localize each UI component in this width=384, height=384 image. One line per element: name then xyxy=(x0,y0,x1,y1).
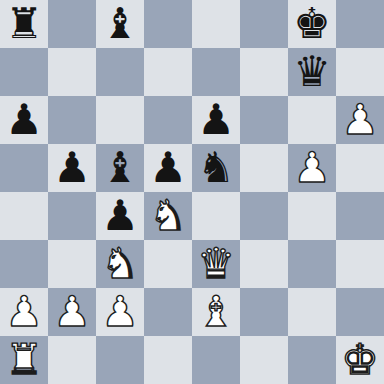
square-b6[interactable] xyxy=(48,96,96,144)
black-knight-e5[interactable]: ♞ xyxy=(197,144,235,192)
square-d8[interactable] xyxy=(144,0,192,48)
square-h1[interactable]: ♚ xyxy=(336,336,384,384)
black-bishop-c5[interactable]: ♝ xyxy=(101,144,139,192)
square-b1[interactable] xyxy=(48,336,96,384)
square-a7[interactable] xyxy=(0,48,48,96)
square-a1[interactable]: ♜ xyxy=(0,336,48,384)
square-c7[interactable] xyxy=(96,48,144,96)
square-h6[interactable]: ♟ xyxy=(336,96,384,144)
square-b8[interactable] xyxy=(48,0,96,48)
black-pawn-d5[interactable]: ♟ xyxy=(149,144,187,192)
square-g7[interactable]: ♛ xyxy=(288,48,336,96)
square-b4[interactable] xyxy=(48,192,96,240)
square-e1[interactable] xyxy=(192,336,240,384)
square-c6[interactable] xyxy=(96,96,144,144)
black-pawn-a6[interactable]: ♟ xyxy=(5,96,43,144)
square-c1[interactable] xyxy=(96,336,144,384)
square-g8[interactable]: ♚ xyxy=(288,0,336,48)
square-f1[interactable] xyxy=(240,336,288,384)
square-f8[interactable] xyxy=(240,0,288,48)
square-a2[interactable]: ♟ xyxy=(0,288,48,336)
square-c4[interactable]: ♟ xyxy=(96,192,144,240)
white-king-h1[interactable]: ♚ xyxy=(341,336,379,384)
square-d6[interactable] xyxy=(144,96,192,144)
square-g1[interactable] xyxy=(288,336,336,384)
square-e4[interactable] xyxy=(192,192,240,240)
square-a3[interactable] xyxy=(0,240,48,288)
white-queen-e3[interactable]: ♛ xyxy=(197,240,235,288)
white-bishop-e2[interactable]: ♝ xyxy=(197,288,235,336)
square-d5[interactable]: ♟ xyxy=(144,144,192,192)
square-b7[interactable] xyxy=(48,48,96,96)
square-h8[interactable] xyxy=(336,0,384,48)
square-e5[interactable]: ♞ xyxy=(192,144,240,192)
square-e3[interactable]: ♛ xyxy=(192,240,240,288)
square-g6[interactable] xyxy=(288,96,336,144)
square-c5[interactable]: ♝ xyxy=(96,144,144,192)
white-knight-c3[interactable]: ♞ xyxy=(101,240,139,288)
square-b2[interactable]: ♟ xyxy=(48,288,96,336)
square-h4[interactable] xyxy=(336,192,384,240)
square-h7[interactable] xyxy=(336,48,384,96)
black-rook-a8[interactable]: ♜ xyxy=(5,0,43,48)
square-a8[interactable]: ♜ xyxy=(0,0,48,48)
black-queen-g7[interactable]: ♛ xyxy=(293,48,331,96)
black-pawn-e6[interactable]: ♟ xyxy=(197,96,235,144)
square-b5[interactable]: ♟ xyxy=(48,144,96,192)
square-f7[interactable] xyxy=(240,48,288,96)
chess-board: ♜♝♚♛♟♟♟♟♝♟♞♟♟♞♞♛♟♟♟♝♜♚ xyxy=(0,0,384,384)
square-g5[interactable]: ♟ xyxy=(288,144,336,192)
square-a4[interactable] xyxy=(0,192,48,240)
white-pawn-c2[interactable]: ♟ xyxy=(101,288,139,336)
square-e2[interactable]: ♝ xyxy=(192,288,240,336)
white-knight-d4[interactable]: ♞ xyxy=(149,192,187,240)
square-f3[interactable] xyxy=(240,240,288,288)
square-h5[interactable] xyxy=(336,144,384,192)
square-d3[interactable] xyxy=(144,240,192,288)
black-king-g8[interactable]: ♚ xyxy=(293,0,331,48)
white-pawn-g5[interactable]: ♟ xyxy=(293,144,331,192)
black-bishop-c8[interactable]: ♝ xyxy=(101,0,139,48)
square-f2[interactable] xyxy=(240,288,288,336)
black-pawn-c4[interactable]: ♟ xyxy=(101,192,139,240)
white-pawn-h6[interactable]: ♟ xyxy=(341,96,379,144)
square-f4[interactable] xyxy=(240,192,288,240)
square-d4[interactable]: ♞ xyxy=(144,192,192,240)
square-e6[interactable]: ♟ xyxy=(192,96,240,144)
black-pawn-b5[interactable]: ♟ xyxy=(53,144,91,192)
square-d7[interactable] xyxy=(144,48,192,96)
square-c2[interactable]: ♟ xyxy=(96,288,144,336)
square-a5[interactable] xyxy=(0,144,48,192)
square-e7[interactable] xyxy=(192,48,240,96)
square-h2[interactable] xyxy=(336,288,384,336)
square-d2[interactable] xyxy=(144,288,192,336)
square-f5[interactable] xyxy=(240,144,288,192)
square-g4[interactable] xyxy=(288,192,336,240)
square-c8[interactable]: ♝ xyxy=(96,0,144,48)
square-g3[interactable] xyxy=(288,240,336,288)
white-rook-a1[interactable]: ♜ xyxy=(5,336,43,384)
square-h3[interactable] xyxy=(336,240,384,288)
square-e8[interactable] xyxy=(192,0,240,48)
square-c3[interactable]: ♞ xyxy=(96,240,144,288)
white-pawn-a2[interactable]: ♟ xyxy=(5,288,43,336)
square-g2[interactable] xyxy=(288,288,336,336)
square-a6[interactable]: ♟ xyxy=(0,96,48,144)
square-d1[interactable] xyxy=(144,336,192,384)
white-pawn-b2[interactable]: ♟ xyxy=(53,288,91,336)
square-f6[interactable] xyxy=(240,96,288,144)
square-b3[interactable] xyxy=(48,240,96,288)
